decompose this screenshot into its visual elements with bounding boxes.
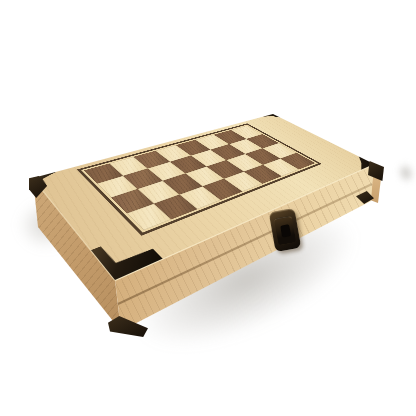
corner-protector-icon [346,157,374,170]
corner-protector-icon [91,232,163,280]
cast-shadow-right [392,157,416,188]
corner-protector-icon [108,315,148,337]
product-photo-chess-box [0,0,416,416]
corner-protector-icon [263,114,280,120]
latch-slot-icon [280,224,291,237]
corner-protector-icon [33,172,64,187]
latch [269,208,302,252]
box-right-side-face [370,164,382,203]
box-lid-top [33,114,374,280]
corner-protector-icon [356,191,374,204]
